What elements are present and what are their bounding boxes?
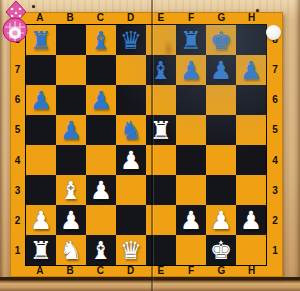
magnet-dot — [266, 25, 281, 40]
rank-label-7: 7 — [267, 54, 283, 84]
square-d2[interactable] — [116, 205, 146, 235]
square-c5[interactable] — [86, 115, 116, 145]
rank-label-5: 5 — [267, 115, 283, 145]
square-f1[interactable] — [176, 235, 206, 265]
square-d1[interactable]: ♛ — [116, 235, 146, 265]
file-label-g: G — [207, 265, 237, 277]
white-queen-piece[interactable]: ♛ — [120, 238, 142, 263]
file-label-h: H — [237, 265, 267, 277]
square-c8[interactable]: ♝ — [86, 25, 116, 55]
file-label-g: G — [207, 12, 237, 24]
square-d7[interactable] — [116, 55, 146, 85]
white-bishop-piece[interactable]: ♝ — [60, 178, 82, 203]
white-knight-piece[interactable]: ♞ — [60, 238, 82, 263]
file-label-f: F — [176, 265, 206, 277]
square-f4[interactable] — [176, 145, 206, 175]
file-labels-bottom: ABCDEFGH — [25, 265, 267, 277]
board-panel: ABCDEFGH ABCDEFGH 87654321 87654321 ♜♝♛♜… — [10, 12, 283, 277]
file-labels-top: ABCDEFGH — [25, 12, 267, 24]
file-label-b: B — [55, 265, 85, 277]
square-c6[interactable]: ♟ — [86, 85, 116, 115]
blue-knight-piece[interactable]: ♞ — [120, 118, 142, 143]
square-a7[interactable] — [26, 55, 56, 85]
blue-pawn-piece[interactable]: ♟ — [90, 88, 112, 113]
square-h6[interactable] — [236, 85, 266, 115]
white-pawn-piece[interactable]: ♟ — [240, 208, 262, 233]
square-g8[interactable]: ♚ — [206, 25, 236, 55]
square-a3[interactable] — [26, 175, 56, 205]
frame-right-edge — [295, 0, 300, 291]
square-a2[interactable]: ♟ — [26, 205, 56, 235]
file-label-d: D — [116, 12, 146, 24]
blue-rook-piece[interactable]: ♜ — [180, 28, 202, 53]
white-king-piece[interactable]: ♚ — [210, 238, 232, 263]
square-h3[interactable] — [236, 175, 266, 205]
square-h4[interactable] — [236, 145, 266, 175]
rank-label-3: 3 — [10, 175, 25, 205]
square-d8[interactable]: ♛ — [116, 25, 146, 55]
file-label-a: A — [25, 265, 55, 277]
rank-label-6: 6 — [267, 85, 283, 115]
blue-pawn-piece[interactable]: ♟ — [210, 58, 232, 83]
file-label-h: H — [237, 12, 267, 24]
square-d3[interactable] — [116, 175, 146, 205]
square-b7[interactable] — [56, 55, 86, 85]
square-b4[interactable] — [56, 145, 86, 175]
white-pawn-piece[interactable]: ♟ — [120, 148, 142, 173]
square-f2[interactable]: ♟ — [176, 205, 206, 235]
rank-label-2: 2 — [10, 206, 25, 236]
square-g3[interactable] — [206, 175, 236, 205]
board-grid: ♜♝♛♜♚♝♟♟♟♟♟♟♞♜♟♝♟♟♟♟♟♟♜♞♝♛♚ — [25, 24, 267, 266]
blue-bishop-piece[interactable]: ♝ — [90, 28, 112, 53]
rank-label-2: 2 — [267, 206, 283, 236]
blue-pawn-piece[interactable]: ♟ — [180, 58, 202, 83]
square-b8[interactable] — [56, 25, 86, 55]
square-c1[interactable]: ♝ — [86, 235, 116, 265]
blue-pawn-piece[interactable]: ♟ — [30, 88, 52, 113]
square-g7[interactable]: ♟ — [206, 55, 236, 85]
rank-label-3: 3 — [267, 175, 283, 205]
white-pawn-piece[interactable]: ♟ — [60, 208, 82, 233]
board-hinge-line — [151, 0, 153, 291]
square-b3[interactable]: ♝ — [56, 175, 86, 205]
square-c3[interactable]: ♟ — [86, 175, 116, 205]
white-bishop-piece[interactable]: ♝ — [90, 238, 112, 263]
square-c7[interactable] — [86, 55, 116, 85]
square-b2[interactable]: ♟ — [56, 205, 86, 235]
square-b5[interactable]: ♟ — [56, 115, 86, 145]
square-h5[interactable] — [236, 115, 266, 145]
square-g6[interactable] — [206, 85, 236, 115]
square-h1[interactable] — [236, 235, 266, 265]
square-f7[interactable]: ♟ — [176, 55, 206, 85]
square-b1[interactable]: ♞ — [56, 235, 86, 265]
white-rook-piece[interactable]: ♜ — [30, 238, 52, 263]
square-a5[interactable] — [26, 115, 56, 145]
club-logo-sticker — [1, 1, 31, 45]
square-f6[interactable] — [176, 85, 206, 115]
square-a1[interactable]: ♜ — [26, 235, 56, 265]
file-label-f: F — [176, 12, 206, 24]
rank-label-4: 4 — [267, 145, 283, 175]
rank-label-4: 4 — [10, 145, 25, 175]
file-label-c: C — [86, 12, 116, 24]
square-g1[interactable]: ♚ — [206, 235, 236, 265]
white-pawn-piece[interactable]: ♟ — [30, 208, 52, 233]
blue-queen-piece[interactable]: ♛ — [120, 28, 142, 53]
square-f3[interactable] — [176, 175, 206, 205]
blue-pawn-piece[interactable]: ♟ — [240, 58, 262, 83]
blue-pawn-piece[interactable]: ♟ — [60, 118, 82, 143]
screw-icon — [32, 5, 35, 8]
square-h2[interactable]: ♟ — [236, 205, 266, 235]
square-b6[interactable] — [56, 85, 86, 115]
file-label-d: D — [116, 265, 146, 277]
frame-bottom-ledge — [0, 277, 300, 291]
square-f8[interactable]: ♜ — [176, 25, 206, 55]
white-pawn-piece[interactable]: ♟ — [90, 178, 112, 203]
rank-labels-left: 87654321 — [10, 24, 25, 266]
square-h7[interactable]: ♟ — [236, 55, 266, 85]
rank-label-1: 1 — [10, 236, 25, 266]
square-g2[interactable]: ♟ — [206, 205, 236, 235]
rank-labels-right: 87654321 — [267, 24, 283, 266]
file-label-c: C — [86, 265, 116, 277]
square-f5[interactable] — [176, 115, 206, 145]
rank-label-5: 5 — [10, 115, 25, 145]
blue-king-piece[interactable]: ♚ — [210, 28, 232, 53]
white-pawn-piece[interactable]: ♟ — [210, 208, 232, 233]
square-a6[interactable]: ♟ — [26, 85, 56, 115]
file-label-b: B — [55, 12, 85, 24]
rank-label-6: 6 — [10, 85, 25, 115]
rank-label-7: 7 — [10, 54, 25, 84]
rank-label-1: 1 — [267, 236, 283, 266]
square-g4[interactable] — [206, 145, 236, 175]
board-smudge — [163, 39, 174, 60]
demo-chessboard: ABCDEFGH ABCDEFGH 87654321 87654321 ♜♝♛♜… — [0, 0, 300, 291]
square-a4[interactable] — [26, 145, 56, 175]
white-pawn-piece[interactable]: ♟ — [180, 208, 202, 233]
square-d6[interactable] — [116, 85, 146, 115]
square-c2[interactable] — [86, 205, 116, 235]
square-d4[interactable]: ♟ — [116, 145, 146, 175]
blue-rook-piece[interactable]: ♜ — [30, 28, 52, 53]
square-g5[interactable] — [206, 115, 236, 145]
square-c4[interactable] — [86, 145, 116, 175]
square-d5[interactable]: ♞ — [116, 115, 146, 145]
square-h8[interactable] — [236, 25, 266, 55]
